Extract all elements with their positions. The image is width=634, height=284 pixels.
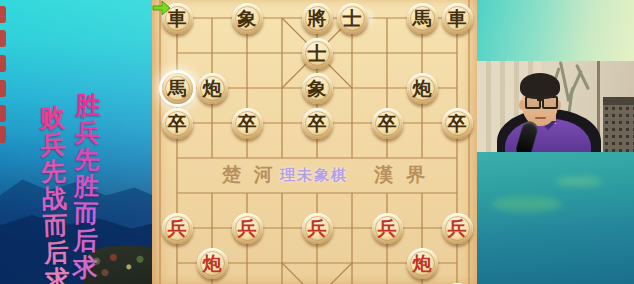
quote-column-right: 胜兵先胜而后求 [72, 92, 100, 281]
quote-char: 而 [73, 200, 98, 227]
piece-red-兵[interactable]: 兵 [302, 213, 333, 244]
edge-text-fragment [0, 6, 6, 23]
edge-text-fragment [0, 30, 6, 47]
piece-red-兵[interactable]: 兵 [232, 213, 263, 244]
xiangqi-board[interactable]: 楚河 漢界 理未象棋 車象將士馬車士馬炮象炮卒卒卒卒卒兵兵兵兵兵炮炮車 [152, 0, 477, 284]
piece-black-士[interactable]: 士 [337, 3, 368, 34]
webcam-overlay [477, 61, 634, 152]
piece-black-炮[interactable]: 炮 [197, 73, 228, 104]
quote-char: 先 [74, 146, 99, 173]
piece-black-馬[interactable]: 馬 [407, 3, 438, 34]
river-label-chu: 楚河 [222, 163, 286, 185]
piece-black-象[interactable]: 象 [232, 3, 263, 34]
edge-text-fragment [0, 55, 6, 72]
webcam-shelf-edge [603, 97, 634, 105]
piece-red-兵[interactable]: 兵 [372, 213, 403, 244]
piece-black-卒[interactable]: 卒 [162, 108, 193, 139]
sunlit-patch [492, 196, 562, 212]
piece-red-炮[interactable]: 炮 [197, 248, 228, 279]
edge-text-fragment [0, 105, 6, 122]
sunlit-patch [556, 176, 602, 187]
edge-text-fragment [0, 126, 6, 143]
piece-black-卒[interactable]: 卒 [372, 108, 403, 139]
river-label-han: 漢界 [374, 163, 438, 185]
piece-black-馬[interactable]: 馬 [162, 73, 193, 104]
piece-black-將[interactable]: 將 [302, 3, 333, 34]
green-arrow-indicator [152, 0, 171, 16]
piece-black-車[interactable]: 車 [442, 3, 473, 34]
piece-red-炮[interactable]: 炮 [407, 248, 438, 279]
quote-char: 兵 [75, 119, 100, 146]
piece-red-兵[interactable]: 兵 [442, 213, 473, 244]
quote-char: 后 [43, 239, 69, 267]
webcam-radiator [603, 105, 634, 152]
piece-black-炮[interactable]: 炮 [407, 73, 438, 104]
piece-black-卒[interactable]: 卒 [302, 108, 333, 139]
edge-text-fragment [0, 80, 6, 97]
presenter-mouth [535, 117, 546, 119]
piece-black-卒[interactable]: 卒 [442, 108, 473, 139]
background-topright-gradient [477, 0, 634, 61]
quote-char: 而 [42, 212, 68, 240]
quote-char: 败 [39, 104, 65, 132]
quote-char: 求 [72, 254, 97, 281]
quote-char: 后 [73, 227, 98, 254]
quote-char: 胜 [74, 173, 99, 200]
piece-black-象[interactable]: 象 [302, 73, 333, 104]
presenter-glasses [525, 96, 555, 106]
app-watermark: 理未象棋 [280, 166, 348, 185]
quote-char: 求 [44, 266, 70, 284]
video-frame: 胜兵先胜而后求 败兵先战而后求 楚河 漢界 理未象棋 車象 [0, 0, 634, 284]
piece-black-士[interactable]: 士 [302, 38, 333, 69]
quote-char: 兵 [40, 131, 66, 159]
quote-char: 战 [42, 185, 68, 213]
background-slope-right [460, 148, 634, 284]
piece-red-兵[interactable]: 兵 [162, 213, 193, 244]
quote-char: 先 [41, 158, 67, 186]
quote-char: 胜 [75, 92, 100, 119]
piece-black-卒[interactable]: 卒 [232, 108, 263, 139]
